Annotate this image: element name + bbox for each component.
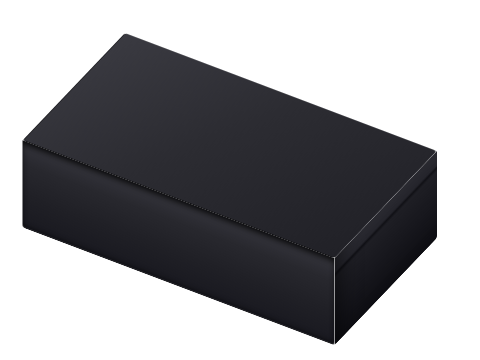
product-photo <box>0 0 480 360</box>
control-station-box <box>23 33 438 258</box>
